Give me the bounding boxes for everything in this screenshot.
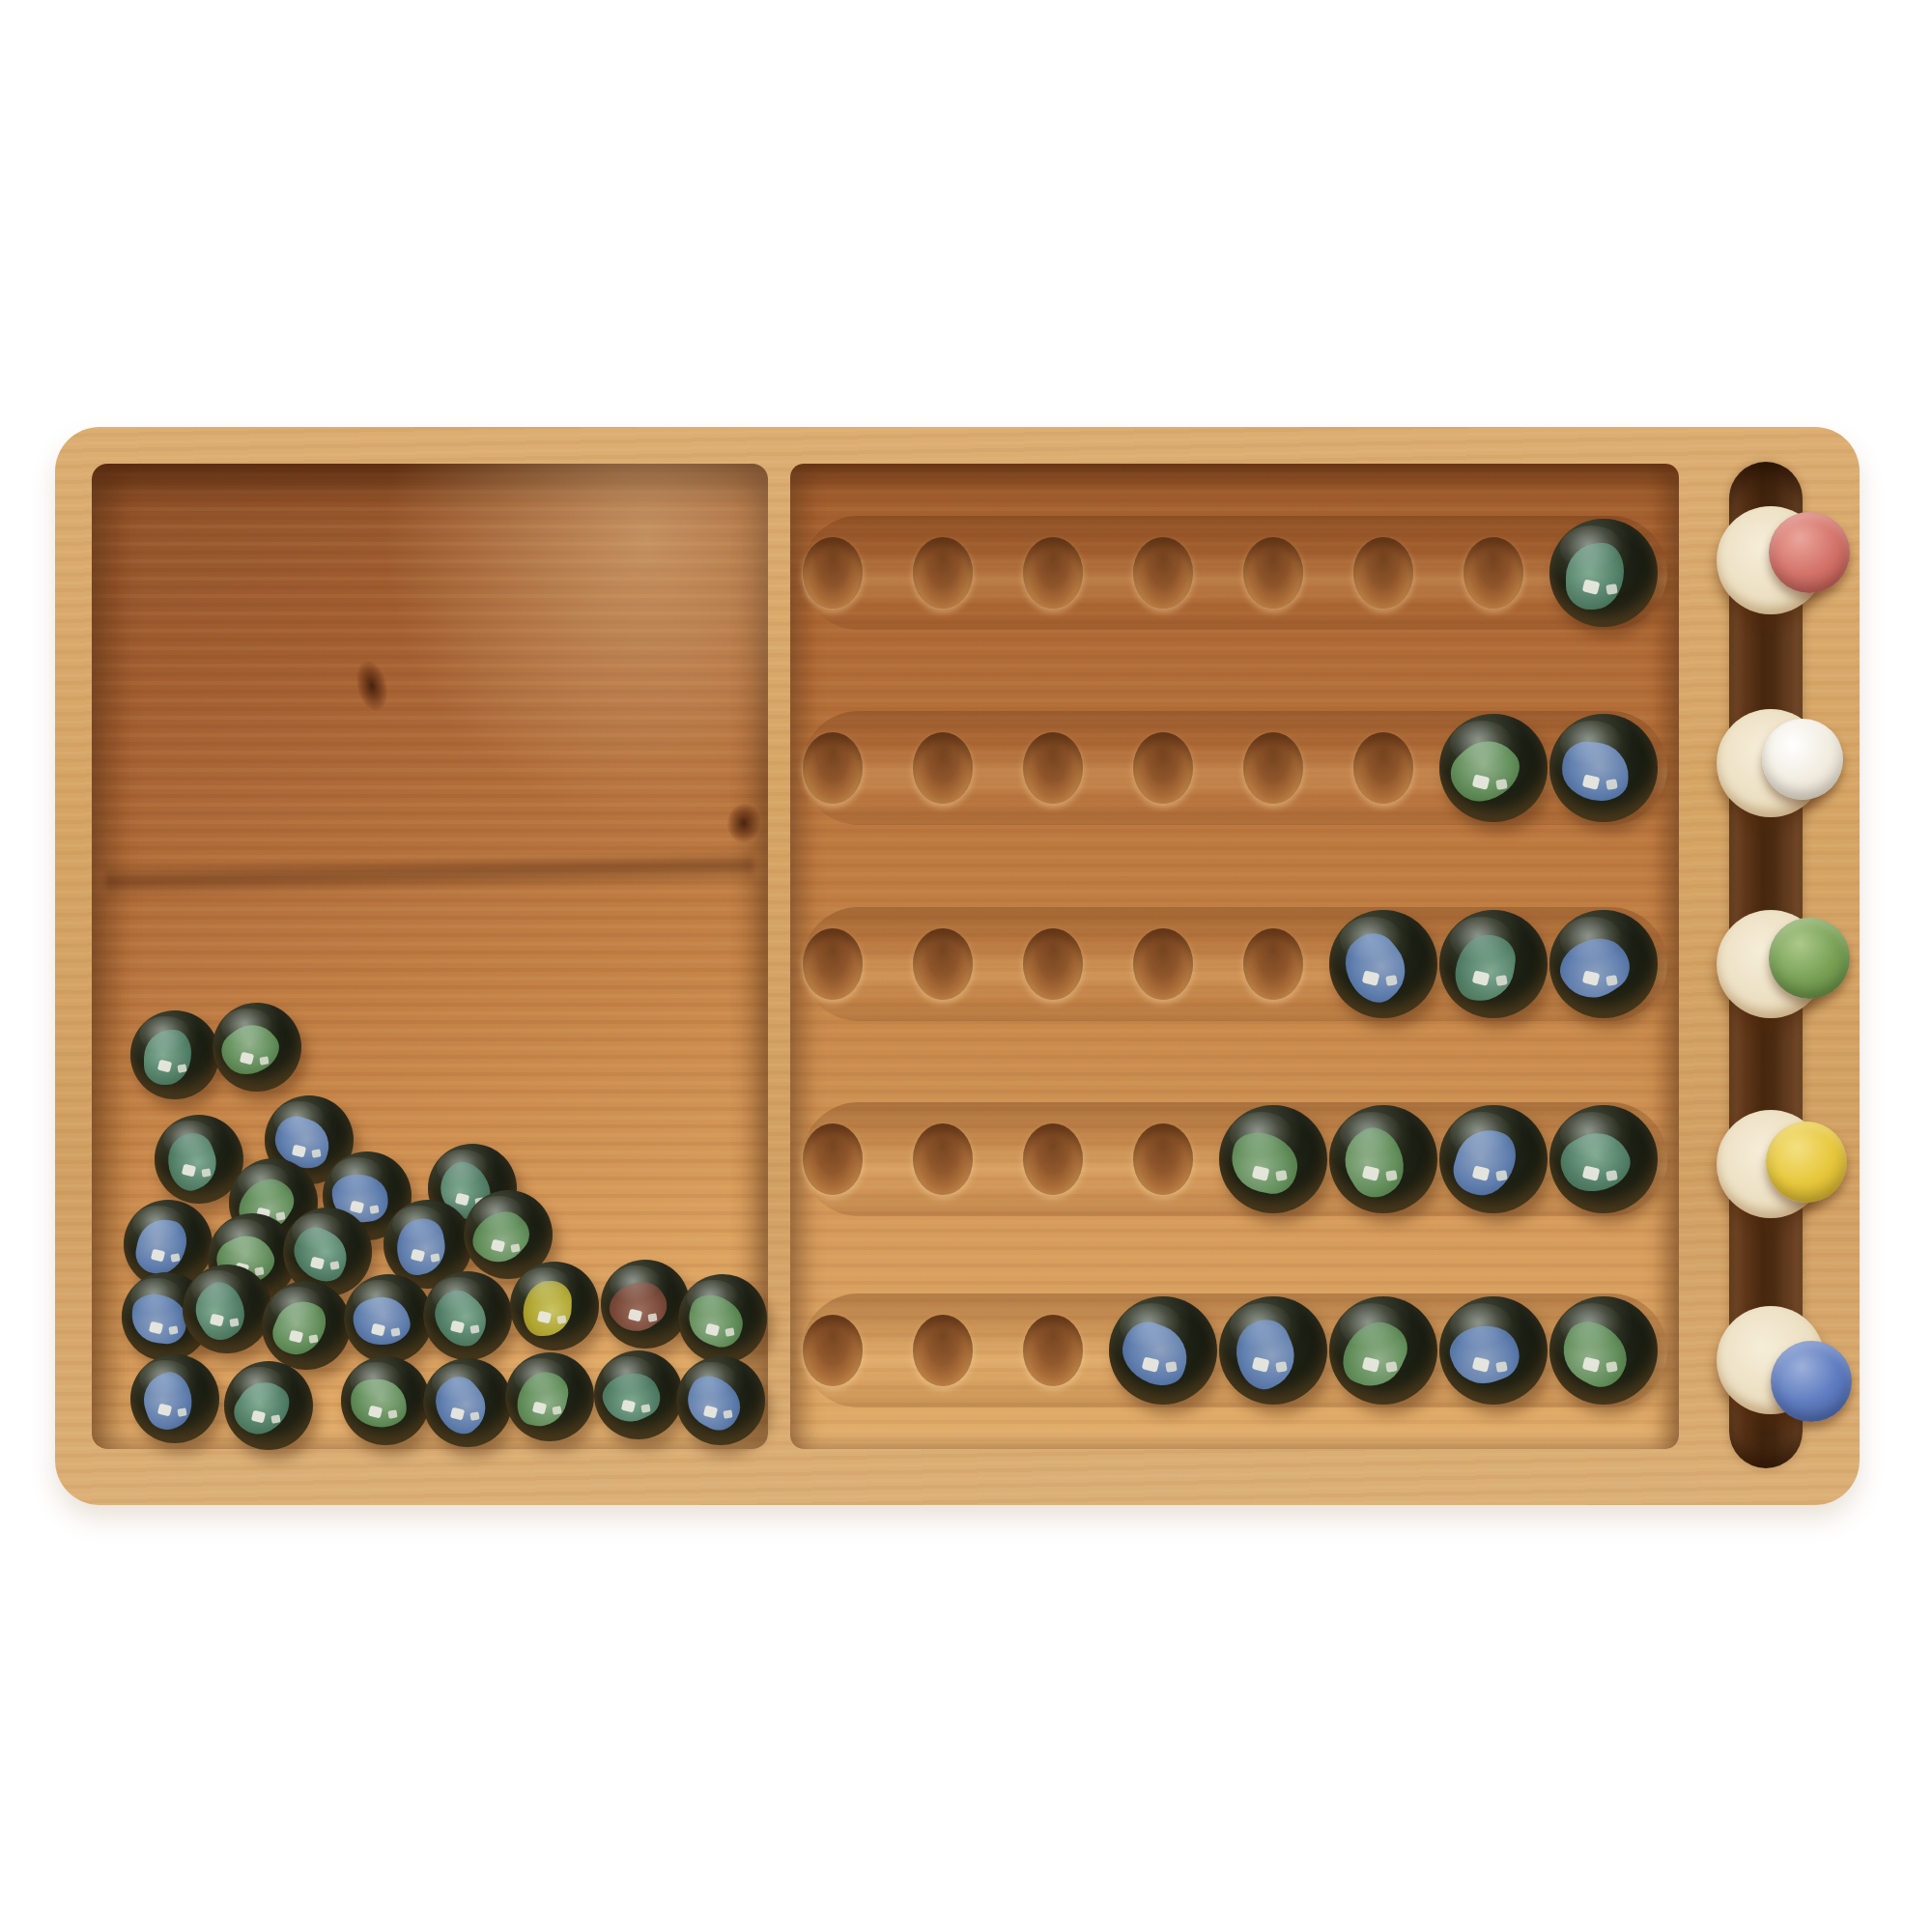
marble-sheen xyxy=(1560,917,1623,962)
marble-sheen xyxy=(353,1280,404,1318)
glass-marble[interactable] xyxy=(224,1361,313,1450)
marble-sheen xyxy=(139,1016,190,1054)
marble-sheen xyxy=(273,1101,325,1139)
board-hole[interactable] xyxy=(1023,1315,1083,1386)
glass-marble[interactable] xyxy=(130,1010,219,1099)
peg-ball-yellow xyxy=(1766,1122,1847,1203)
board-hole[interactable] xyxy=(1353,537,1413,609)
board-hole[interactable] xyxy=(913,928,973,1000)
board-hole[interactable] xyxy=(803,1123,863,1195)
board-hole[interactable] xyxy=(1133,1123,1193,1195)
peg-ball-blue xyxy=(1771,1341,1852,1422)
glass-marble[interactable] xyxy=(1329,1296,1437,1405)
glass-marble[interactable] xyxy=(676,1356,765,1445)
marble-sheen xyxy=(432,1277,483,1315)
glass-marble[interactable] xyxy=(344,1274,433,1363)
marble-sheen xyxy=(1230,1112,1293,1157)
glass-marble[interactable] xyxy=(423,1271,512,1360)
glass-marble[interactable] xyxy=(1549,910,1658,1018)
board-hole[interactable] xyxy=(913,1315,973,1386)
board-hole[interactable] xyxy=(803,1315,863,1386)
player-peg-red[interactable] xyxy=(1717,506,1825,614)
board-hole[interactable] xyxy=(803,732,863,804)
glass-marble[interactable] xyxy=(341,1356,430,1445)
marble-sheen xyxy=(238,1164,289,1202)
glass-marble[interactable] xyxy=(1439,714,1548,822)
photo-backdrop xyxy=(0,0,1932,1932)
glass-marble[interactable] xyxy=(1549,1296,1658,1405)
glass-marble[interactable] xyxy=(262,1281,351,1370)
marble-sheen xyxy=(292,1213,343,1251)
board-hole[interactable] xyxy=(1243,732,1303,804)
marble-sheen xyxy=(331,1157,383,1195)
marble-sheen xyxy=(1340,1303,1403,1349)
marble-sheen xyxy=(1340,917,1403,962)
marble-sheen xyxy=(350,1362,401,1400)
marble-sheen xyxy=(216,1219,268,1257)
glass-marble[interactable] xyxy=(1439,1105,1548,1213)
glass-marble[interactable] xyxy=(594,1350,683,1439)
board-hole[interactable] xyxy=(1353,732,1413,804)
board-hole[interactable] xyxy=(1133,537,1193,609)
glass-marble[interactable] xyxy=(1329,1105,1437,1213)
glass-marble[interactable] xyxy=(213,1003,301,1092)
glass-marble[interactable] xyxy=(1439,910,1548,1018)
glass-marble[interactable] xyxy=(1549,1105,1658,1213)
glass-marble[interactable] xyxy=(423,1358,512,1447)
glass-marble[interactable] xyxy=(1549,714,1658,822)
board-hole[interactable] xyxy=(913,732,973,804)
board-hole[interactable] xyxy=(1023,928,1083,1000)
board-hole[interactable] xyxy=(913,537,973,609)
board-hole[interactable] xyxy=(1023,732,1083,804)
player-peg-white[interactable] xyxy=(1717,709,1825,817)
glass-marble[interactable] xyxy=(601,1260,690,1349)
marble-sheen xyxy=(1560,1303,1623,1349)
marble-sheen xyxy=(610,1265,661,1303)
glass-marble[interactable] xyxy=(1549,519,1658,627)
board-hole[interactable] xyxy=(1023,537,1083,609)
marble-sheen xyxy=(687,1280,738,1318)
glass-marble[interactable] xyxy=(183,1264,271,1353)
marble-sheen xyxy=(1560,526,1623,571)
glass-marble[interactable] xyxy=(1439,1296,1548,1405)
marble-sheen xyxy=(139,1360,190,1398)
marble-sheen xyxy=(1560,721,1623,766)
glass-marble[interactable] xyxy=(1109,1296,1217,1405)
marble-sheen xyxy=(221,1009,272,1046)
marble-sheen xyxy=(519,1267,570,1305)
peg-ball-red xyxy=(1769,512,1850,593)
player-peg-green[interactable] xyxy=(1717,910,1825,1018)
board-hole[interactable] xyxy=(1133,928,1193,1000)
marble-sheen xyxy=(514,1358,565,1396)
board-hole[interactable] xyxy=(1023,1123,1083,1195)
marble-sheen xyxy=(437,1150,488,1187)
marble-sheen xyxy=(1230,1303,1293,1349)
marble-sheen xyxy=(603,1356,654,1394)
glass-marble[interactable] xyxy=(1219,1296,1327,1405)
marble-sheen xyxy=(191,1270,242,1308)
glass-marble[interactable] xyxy=(678,1274,767,1363)
marble-sheen xyxy=(432,1364,483,1402)
player-peg-blue[interactable] xyxy=(1717,1306,1825,1414)
board-hole[interactable] xyxy=(1463,537,1523,609)
peg-ball-white xyxy=(1762,719,1843,800)
marble-sheen xyxy=(1450,1303,1513,1349)
marble-sheen xyxy=(132,1206,184,1243)
marble-sheen xyxy=(1450,1112,1513,1157)
marble-sheen xyxy=(392,1206,443,1243)
peg-ball-green xyxy=(1769,918,1850,999)
player-peg-yellow[interactable] xyxy=(1717,1110,1825,1218)
marble-sheen xyxy=(1340,1112,1403,1157)
marble-sheen xyxy=(472,1196,524,1234)
board-hole[interactable] xyxy=(1133,732,1193,804)
board-hole[interactable] xyxy=(913,1123,973,1195)
marble-sheen xyxy=(1450,721,1513,766)
game-board xyxy=(55,427,1860,1505)
marble-sheen xyxy=(1120,1303,1182,1349)
glass-marble[interactable] xyxy=(510,1262,599,1350)
glass-marble[interactable] xyxy=(1329,910,1437,1018)
glass-marble[interactable] xyxy=(130,1354,219,1443)
board-hole[interactable] xyxy=(803,928,863,1000)
board-hole[interactable] xyxy=(803,537,863,609)
glass-marble[interactable] xyxy=(1219,1105,1327,1213)
marble-sheen xyxy=(1560,1112,1623,1157)
marble-sheen xyxy=(270,1287,322,1324)
marble-sheen xyxy=(685,1362,736,1400)
marble-sheen xyxy=(163,1121,214,1158)
marble-sheen xyxy=(233,1367,284,1405)
board-hole[interactable] xyxy=(1243,928,1303,1000)
marble-sheen xyxy=(130,1278,182,1316)
marble-sheen xyxy=(1450,917,1513,962)
board-hole[interactable] xyxy=(1243,537,1303,609)
glass-marble[interactable] xyxy=(505,1352,594,1441)
